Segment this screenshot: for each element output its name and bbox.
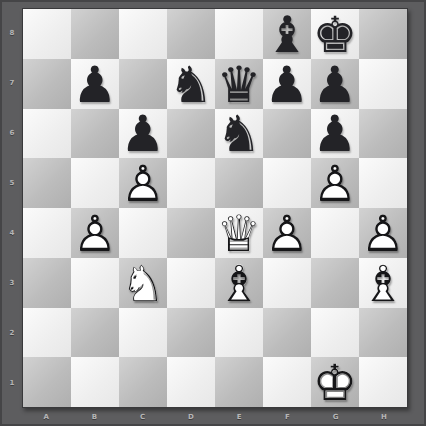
rank-labels: 87654321 — [2, 8, 22, 408]
square-a4[interactable] — [23, 208, 71, 258]
square-a6[interactable] — [23, 109, 71, 159]
rank-label-8: 8 — [2, 8, 22, 58]
square-b3[interactable] — [71, 258, 119, 308]
square-d6[interactable] — [167, 109, 215, 159]
square-h5[interactable] — [359, 158, 407, 208]
white-pawn[interactable]: ♟♙ — [71, 209, 119, 259]
square-f6[interactable] — [263, 109, 311, 159]
square-f2[interactable] — [263, 308, 311, 358]
rank-label-5: 5 — [2, 158, 22, 208]
square-h7[interactable] — [359, 59, 407, 109]
square-d7[interactable]: ♞ — [167, 59, 215, 109]
square-e1[interactable] — [215, 357, 263, 407]
square-c2[interactable] — [119, 308, 167, 358]
square-f7[interactable]: ♟ — [263, 59, 311, 109]
square-g4[interactable] — [311, 208, 359, 258]
square-f1[interactable] — [263, 357, 311, 407]
square-e2[interactable] — [215, 308, 263, 358]
black-pawn[interactable]: ♟ — [311, 110, 359, 160]
square-d5[interactable] — [167, 158, 215, 208]
black-king[interactable]: ♚ — [311, 10, 359, 60]
black-pawn[interactable]: ♟ — [71, 60, 119, 110]
square-b2[interactable] — [71, 308, 119, 358]
square-f8[interactable]: ♝ — [263, 9, 311, 59]
square-a7[interactable] — [23, 59, 71, 109]
rank-label-1: 1 — [2, 358, 22, 408]
square-c4[interactable] — [119, 208, 167, 258]
rank-label-6: 6 — [2, 108, 22, 158]
file-label-c: C — [119, 409, 167, 424]
square-d2[interactable] — [167, 308, 215, 358]
square-c8[interactable] — [119, 9, 167, 59]
white-pawn[interactable]: ♟♙ — [311, 159, 359, 209]
square-c5[interactable]: ♟♙ — [119, 158, 167, 208]
square-d8[interactable] — [167, 9, 215, 59]
square-e6[interactable]: ♞ — [215, 109, 263, 159]
square-d3[interactable] — [167, 258, 215, 308]
square-a5[interactable] — [23, 158, 71, 208]
square-h3[interactable]: ♝♗ — [359, 258, 407, 308]
square-b5[interactable] — [71, 158, 119, 208]
square-g6[interactable]: ♟ — [311, 109, 359, 159]
square-f3[interactable] — [263, 258, 311, 308]
square-g1[interactable]: ♚♔ — [311, 357, 359, 407]
white-knight[interactable]: ♞♘ — [119, 259, 167, 309]
file-label-g: G — [312, 409, 360, 424]
square-c1[interactable] — [119, 357, 167, 407]
square-a3[interactable] — [23, 258, 71, 308]
square-c7[interactable] — [119, 59, 167, 109]
square-b8[interactable] — [71, 9, 119, 59]
square-d4[interactable] — [167, 208, 215, 258]
square-a1[interactable] — [23, 357, 71, 407]
square-g8[interactable]: ♚ — [311, 9, 359, 59]
square-e7[interactable]: ♛ — [215, 59, 263, 109]
square-e3[interactable]: ♝♗ — [215, 258, 263, 308]
square-a8[interactable] — [23, 9, 71, 59]
file-label-f: F — [263, 409, 311, 424]
black-pawn[interactable]: ♟ — [119, 110, 167, 160]
rank-label-2: 2 — [2, 308, 22, 358]
file-labels: ABCDEFGH — [22, 409, 408, 424]
chess-board-frame: 87654321 ♝♚♟♞♛♟♟♟♞♟♟♙♟♙♟♙♛♕♟♙♟♙♞♘♝♗♝♗♚♔ … — [0, 0, 426, 426]
black-pawn[interactable]: ♟ — [311, 60, 359, 110]
square-g5[interactable]: ♟♙ — [311, 158, 359, 208]
square-b7[interactable]: ♟ — [71, 59, 119, 109]
black-bishop[interactable]: ♝ — [263, 10, 311, 60]
square-h8[interactable] — [359, 9, 407, 59]
file-label-e: E — [215, 409, 263, 424]
square-a2[interactable] — [23, 308, 71, 358]
black-knight[interactable]: ♞ — [215, 110, 263, 160]
square-c6[interactable]: ♟ — [119, 109, 167, 159]
square-c3[interactable]: ♞♘ — [119, 258, 167, 308]
white-king[interactable]: ♚♔ — [311, 358, 359, 408]
square-b1[interactable] — [71, 357, 119, 407]
file-label-d: D — [167, 409, 215, 424]
square-h1[interactable] — [359, 357, 407, 407]
white-bishop[interactable]: ♝♗ — [359, 259, 407, 309]
file-label-h: H — [360, 409, 408, 424]
square-g3[interactable] — [311, 258, 359, 308]
rank-label-3: 3 — [2, 258, 22, 308]
square-g7[interactable]: ♟ — [311, 59, 359, 109]
square-e5[interactable] — [215, 158, 263, 208]
square-f4[interactable]: ♟♙ — [263, 208, 311, 258]
rank-label-4: 4 — [2, 208, 22, 258]
rank-label-7: 7 — [2, 58, 22, 108]
file-label-b: B — [70, 409, 118, 424]
white-queen[interactable]: ♛♕ — [215, 209, 263, 259]
square-h6[interactable] — [359, 109, 407, 159]
square-d1[interactable] — [167, 357, 215, 407]
white-pawn[interactable]: ♟♙ — [359, 209, 407, 259]
square-h2[interactable] — [359, 308, 407, 358]
black-queen[interactable]: ♛ — [215, 60, 263, 110]
white-pawn[interactable]: ♟♙ — [263, 209, 311, 259]
white-bishop[interactable]: ♝♗ — [215, 259, 263, 309]
file-label-a: A — [22, 409, 70, 424]
square-b4[interactable]: ♟♙ — [71, 208, 119, 258]
square-b6[interactable] — [71, 109, 119, 159]
square-f5[interactable] — [263, 158, 311, 208]
square-h4[interactable]: ♟♙ — [359, 208, 407, 258]
white-pawn[interactable]: ♟♙ — [119, 159, 167, 209]
square-e8[interactable] — [215, 9, 263, 59]
chess-board: ♝♚♟♞♛♟♟♟♞♟♟♙♟♙♟♙♛♕♟♙♟♙♞♘♝♗♝♗♚♔ — [22, 8, 408, 408]
square-g2[interactable] — [311, 308, 359, 358]
black-knight[interactable]: ♞ — [167, 60, 215, 110]
square-e4[interactable]: ♛♕ — [215, 208, 263, 258]
black-pawn[interactable]: ♟ — [263, 60, 311, 110]
